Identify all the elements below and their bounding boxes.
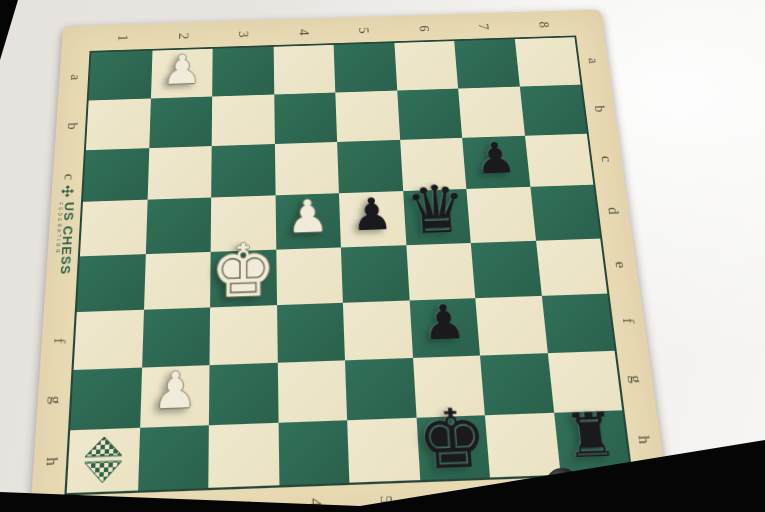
square-g1[interactable] [70,367,141,430]
square-e7[interactable] [471,240,542,298]
square-a3[interactable] [212,47,274,97]
square-g5[interactable] [345,358,416,420]
label-left-c: c [61,173,76,180]
square-d1[interactable] [80,200,147,256]
square-b4[interactable] [274,93,337,145]
label-top-1: 1 [115,35,129,42]
square-a1[interactable] [89,51,152,101]
label-left-h: h [43,457,60,466]
square-f4[interactable] [277,302,345,362]
white-pawn-d4[interactable]: ♟ [287,194,329,240]
white-pawn-a2[interactable]: ♟ [162,49,202,90]
label-right-c: c [598,155,613,162]
label-top-7: 7 [476,23,491,30]
square-h2[interactable] [138,425,209,490]
square-f2[interactable] [142,307,210,367]
square-c8[interactable] [525,134,594,187]
square-h5[interactable] [347,418,420,483]
square-g4[interactable] [277,360,347,423]
label-right-d: d [605,207,621,215]
label-top-8: 8 [536,21,551,28]
square-e2[interactable] [144,251,211,309]
square-d7[interactable] [466,187,535,242]
square-a8[interactable] [514,37,580,86]
square-c1[interactable] [83,148,149,202]
label-top-4: 4 [296,29,310,36]
square-e4[interactable] [276,247,343,305]
square-b1[interactable] [86,99,151,151]
square-a6[interactable] [394,41,458,91]
square-h7[interactable] [485,413,560,478]
label-left-b: b [64,122,79,129]
square-e1[interactable] [77,254,146,312]
white-king-e3[interactable]: ♚ [210,234,277,309]
square-d2[interactable] [145,198,211,254]
label-right-h: h [635,436,652,445]
black-queen-d6[interactable]: ♛ [404,177,469,244]
chessboard: US CHESS FEDERATION 1234567812345678abcf… [29,10,670,512]
label-left-a: a [67,74,82,80]
square-h4[interactable] [278,420,349,485]
square-f8[interactable] [541,293,614,353]
black-king-h6[interactable]: ♚ [415,398,490,482]
square-d8[interactable] [530,185,600,240]
label-right-e: e [612,261,628,268]
label-top-6: 6 [416,25,430,32]
board-squares [67,37,630,493]
label-top-2: 2 [176,33,190,40]
black-rook-h8[interactable]: ♜ [562,405,621,468]
label-left-f: f [51,338,67,344]
square-a5[interactable] [334,43,397,93]
square-e5[interactable] [341,245,409,303]
black-pawn-f6[interactable]: ♟ [421,298,467,347]
label-right-b: b [591,105,606,112]
label-top-5: 5 [356,27,370,34]
square-b7[interactable] [458,87,524,138]
square-f5[interactable] [343,300,413,360]
label-right-a: a [585,57,600,63]
square-a4[interactable] [273,45,335,95]
square-b3[interactable] [212,95,275,147]
square-e6[interactable] [406,243,475,301]
label-left-g: g [47,396,64,405]
square-b8[interactable] [519,85,586,136]
photo-frame: US CHESS FEDERATION 1234567812345678abcf… [0,0,765,512]
square-h3[interactable] [208,423,279,488]
square-f7[interactable] [475,296,547,356]
us-chess-diamond-icon [61,185,75,198]
square-c3[interactable] [211,144,275,198]
square-e8[interactable] [536,238,608,295]
black-pawn-c7[interactable]: ♟ [473,136,517,180]
white-pawn-g2[interactable]: ♟ [152,365,197,417]
square-c5[interactable] [337,140,403,193]
square-b5[interactable] [335,91,399,143]
square-c2[interactable] [147,146,212,200]
square-b2[interactable] [149,97,212,149]
square-b6[interactable] [397,89,462,140]
square-a7[interactable] [454,39,519,89]
square-c4[interactable] [274,142,339,196]
label-top-3: 3 [236,31,250,38]
label-right-g: g [627,375,644,384]
square-g3[interactable] [209,363,278,426]
label-right-f: f [619,318,635,324]
square-f1[interactable] [74,309,144,369]
square-g7[interactable] [480,353,554,415]
black-pawn-d5[interactable]: ♟ [350,192,393,238]
us-chess-corner-logo [82,436,125,485]
